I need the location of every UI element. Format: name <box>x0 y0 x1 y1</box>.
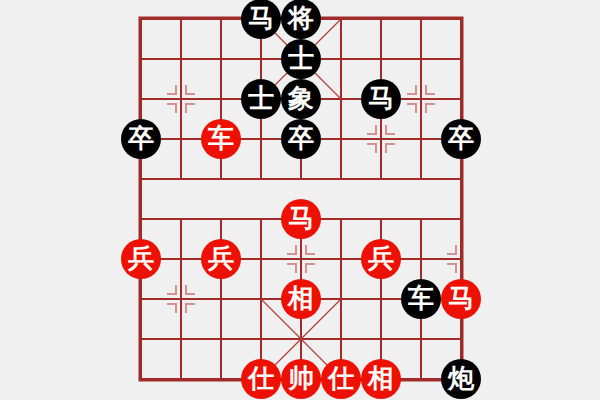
piece-red-elephant[interactable]: 相 <box>281 279 321 319</box>
piece-black-horse[interactable]: 马 <box>241 0 281 39</box>
piece-red-advisor[interactable]: 仕 <box>321 359 361 399</box>
piece-black-pawn[interactable]: 卒 <box>441 119 481 159</box>
piece-black-general[interactable]: 将 <box>281 0 321 39</box>
piece-black-cannon[interactable]: 炮 <box>441 359 481 399</box>
piece-red-horse[interactable]: 马 <box>281 199 321 239</box>
piece-black-horse[interactable]: 马 <box>361 79 401 119</box>
piece-black-chariot[interactable]: 车 <box>401 279 441 319</box>
piece-red-general[interactable]: 帅 <box>281 359 321 399</box>
piece-black-advisor[interactable]: 士 <box>241 79 281 119</box>
piece-red-elephant[interactable]: 相 <box>361 359 401 399</box>
piece-black-pawn[interactable]: 卒 <box>281 119 321 159</box>
piece-red-horse[interactable]: 马 <box>441 279 481 319</box>
piece-red-advisor[interactable]: 仕 <box>241 359 281 399</box>
piece-black-elephant[interactable]: 象 <box>281 79 321 119</box>
piece-red-chariot[interactable]: 车 <box>201 119 241 159</box>
piece-red-pawn[interactable]: 兵 <box>201 239 241 279</box>
piece-black-advisor[interactable]: 士 <box>281 39 321 79</box>
piece-red-pawn[interactable]: 兵 <box>121 239 161 279</box>
pieces-layer: 马将士士象马卒车卒卒马兵兵兵相车马仕帅仕相炮 <box>0 0 600 400</box>
xiangqi-board: 马将士士象马卒车卒卒马兵兵兵相车马仕帅仕相炮 <box>0 0 600 400</box>
piece-black-pawn[interactable]: 卒 <box>121 119 161 159</box>
piece-red-pawn[interactable]: 兵 <box>361 239 401 279</box>
